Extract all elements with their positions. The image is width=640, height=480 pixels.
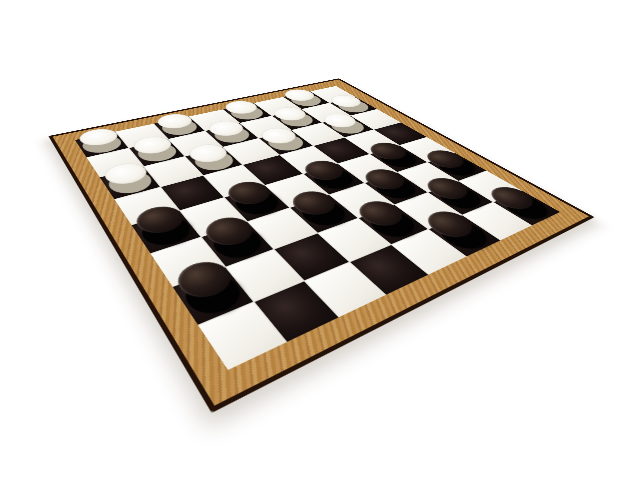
checkers-board — [75, 86, 560, 370]
pieces-layer — [75, 86, 560, 370]
black-piece[interactable] — [362, 207, 424, 242]
photo-background — [0, 0, 640, 480]
black-piece[interactable] — [306, 165, 360, 192]
black-piece[interactable] — [206, 224, 270, 264]
white-piece[interactable] — [226, 104, 269, 122]
black-piece[interactable] — [294, 197, 354, 230]
black-piece[interactable] — [228, 187, 286, 219]
white-piece[interactable] — [78, 133, 126, 156]
black-piece[interactable] — [373, 147, 424, 171]
black-piece[interactable] — [368, 174, 424, 203]
white-piece[interactable] — [286, 92, 327, 108]
black-piece[interactable] — [431, 183, 488, 213]
white-piece[interactable] — [262, 132, 310, 154]
white-piece[interactable] — [209, 125, 256, 146]
white-piece[interactable] — [133, 141, 182, 165]
white-piece[interactable] — [157, 118, 202, 138]
white-piece[interactable] — [103, 168, 157, 197]
white-piece[interactable] — [325, 117, 370, 136]
white-piece[interactable] — [189, 149, 240, 174]
black-piece[interactable] — [135, 213, 197, 251]
white-piece[interactable] — [275, 111, 319, 129]
